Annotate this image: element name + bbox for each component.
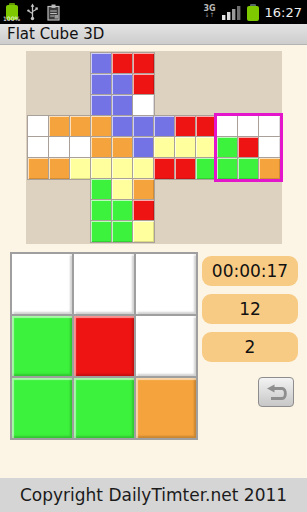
status-clock: 16:27: [265, 5, 302, 20]
net-empty-cell: [238, 179, 259, 200]
net-cell[interactable]: [133, 137, 154, 158]
net-cell[interactable]: [133, 221, 154, 242]
net-cell[interactable]: [196, 158, 217, 179]
net-cell[interactable]: [175, 137, 196, 158]
net-empty-cell: [238, 74, 259, 95]
battery-100-icon: 100%: [5, 3, 19, 21]
net-empty-cell: [196, 200, 217, 221]
net-cell[interactable]: [133, 200, 154, 221]
net-cell[interactable]: [49, 116, 70, 137]
net-cell[interactable]: [154, 116, 175, 137]
net-empty-cell: [175, 221, 196, 242]
battery-percent-label: 100%: [3, 15, 20, 22]
net-cell[interactable]: [28, 137, 49, 158]
timer-display: 00:00:17: [202, 256, 298, 286]
net-empty-cell: [217, 53, 238, 74]
net-cell[interactable]: [112, 221, 133, 242]
cube-net-board: [26, 51, 282, 244]
cube-net-grid: [28, 53, 280, 242]
face-cell[interactable]: [12, 316, 72, 376]
net-cell[interactable]: [175, 116, 196, 137]
net-cell[interactable]: [112, 200, 133, 221]
net-empty-cell: [259, 179, 280, 200]
net-cell[interactable]: [259, 158, 280, 179]
net-empty-cell: [28, 221, 49, 242]
face-cell[interactable]: [136, 254, 196, 314]
net-empty-cell: [28, 53, 49, 74]
net-cell[interactable]: [133, 74, 154, 95]
net-empty-cell: [238, 95, 259, 116]
undo-arrow-icon: [263, 382, 289, 402]
net-empty-cell: [28, 74, 49, 95]
net-empty-cell: [238, 221, 259, 242]
face-cell[interactable]: [12, 254, 72, 314]
net-cell[interactable]: [49, 158, 70, 179]
net-empty-cell: [196, 221, 217, 242]
net-empty-cell: [259, 200, 280, 221]
net-empty-cell: [217, 179, 238, 200]
net-cell[interactable]: [70, 137, 91, 158]
net-cell[interactable]: [259, 137, 280, 158]
net-cell[interactable]: [217, 158, 238, 179]
face-cell[interactable]: [74, 378, 134, 438]
net-cell[interactable]: [112, 53, 133, 74]
face-cell[interactable]: [136, 316, 196, 376]
net-cell[interactable]: [70, 158, 91, 179]
net-empty-cell: [28, 95, 49, 116]
net-cell[interactable]: [175, 158, 196, 179]
undo-button[interactable]: [258, 377, 294, 407]
net-cell[interactable]: [217, 137, 238, 158]
net-empty-cell: [259, 221, 280, 242]
net-cell[interactable]: [112, 158, 133, 179]
net-empty-cell: [49, 95, 70, 116]
counter-display: 2: [202, 332, 298, 362]
net-cell[interactable]: [133, 116, 154, 137]
net-empty-cell: [70, 200, 91, 221]
net-empty-cell: [70, 53, 91, 74]
net-cell[interactable]: [91, 95, 112, 116]
copyright-bar: Copyright DailyTimter.net 2011: [0, 478, 307, 512]
net-empty-cell: [154, 74, 175, 95]
net-empty-cell: [259, 53, 280, 74]
net-empty-cell: [259, 95, 280, 116]
net-empty-cell: [49, 221, 70, 242]
net-empty-cell: [154, 179, 175, 200]
net-cell[interactable]: [238, 137, 259, 158]
net-cell[interactable]: [154, 158, 175, 179]
net-cell[interactable]: [259, 116, 280, 137]
clipboard-icon: [46, 4, 61, 21]
net-empty-cell: [217, 95, 238, 116]
move-counter-value: 12: [239, 299, 261, 319]
net-empty-cell: [154, 95, 175, 116]
net-cell[interactable]: [238, 158, 259, 179]
counter-value: 2: [245, 337, 256, 357]
net-empty-cell: [49, 200, 70, 221]
net-empty-cell: [238, 53, 259, 74]
net-cell[interactable]: [91, 74, 112, 95]
net-cell[interactable]: [217, 116, 238, 137]
app-screen: 100% 3G ↓↑: [0, 0, 307, 512]
net-cell[interactable]: [133, 95, 154, 116]
copyright-text: Copyright DailyTimter.net 2011: [20, 485, 287, 505]
net-empty-cell: [217, 74, 238, 95]
net-empty-cell: [196, 95, 217, 116]
current-face-grid: [10, 252, 198, 440]
net-cell[interactable]: [112, 179, 133, 200]
net-cell[interactable]: [28, 158, 49, 179]
net-cell[interactable]: [112, 74, 133, 95]
net-cell[interactable]: [28, 116, 49, 137]
net-empty-cell: [49, 53, 70, 74]
net-cell[interactable]: [70, 116, 91, 137]
battery-icon: [247, 4, 259, 21]
net-cell[interactable]: [196, 116, 217, 137]
net-cell[interactable]: [133, 158, 154, 179]
net-cell[interactable]: [49, 137, 70, 158]
signal-bars-icon: [222, 5, 241, 20]
face-cell[interactable]: [74, 254, 134, 314]
net-empty-cell: [196, 179, 217, 200]
net-cell[interactable]: [91, 200, 112, 221]
net-empty-cell: [70, 221, 91, 242]
net-empty-cell: [154, 200, 175, 221]
net-cell[interactable]: [91, 158, 112, 179]
net-empty-cell: [196, 74, 217, 95]
network-3g-icon: 3G ↓↑: [203, 6, 215, 18]
net-empty-cell: [70, 179, 91, 200]
net-empty-cell: [175, 200, 196, 221]
face-cell[interactable]: [12, 378, 72, 438]
net-empty-cell: [49, 74, 70, 95]
net-cell[interactable]: [154, 137, 175, 158]
net-empty-cell: [175, 179, 196, 200]
net-empty-cell: [154, 53, 175, 74]
net-empty-cell: [196, 53, 217, 74]
net-cell[interactable]: [112, 116, 133, 137]
timer-value: 00:00:17: [212, 261, 288, 281]
app-title: Flat Cube 3D: [7, 25, 104, 43]
net-empty-cell: [217, 221, 238, 242]
title-bar: Flat Cube 3D: [0, 24, 307, 45]
net-empty-cell: [238, 200, 259, 221]
net-cell[interactable]: [133, 53, 154, 74]
face-cell[interactable]: [74, 316, 134, 376]
net-empty-cell: [28, 179, 49, 200]
net-cell[interactable]: [91, 137, 112, 158]
net-empty-cell: [28, 200, 49, 221]
net-cell[interactable]: [112, 95, 133, 116]
face-cell[interactable]: [136, 378, 196, 438]
net-cell[interactable]: [133, 179, 154, 200]
net-empty-cell: [175, 53, 196, 74]
net-empty-cell: [217, 200, 238, 221]
net-cell[interactable]: [112, 137, 133, 158]
usb-icon: [26, 3, 39, 21]
status-bar: 100% 3G ↓↑: [0, 0, 307, 24]
net-cell[interactable]: [238, 116, 259, 137]
move-counter-display: 12: [202, 294, 298, 324]
net-cell[interactable]: [91, 179, 112, 200]
net-empty-cell: [49, 179, 70, 200]
net-cell[interactable]: [91, 116, 112, 137]
net-empty-cell: [175, 74, 196, 95]
net-cell[interactable]: [91, 53, 112, 74]
net-empty-cell: [154, 221, 175, 242]
net-empty-cell: [70, 74, 91, 95]
net-empty-cell: [175, 95, 196, 116]
net-cell[interactable]: [91, 221, 112, 242]
net-cell[interactable]: [196, 137, 217, 158]
net-empty-cell: [259, 74, 280, 95]
net-empty-cell: [70, 95, 91, 116]
